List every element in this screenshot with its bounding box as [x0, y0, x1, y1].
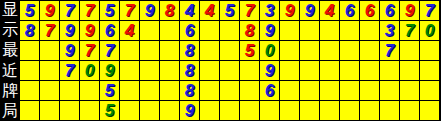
title-char: 示 — [0, 20, 20, 40]
cell-r6c9: 9 — [180, 101, 200, 121]
cell-r6c11 — [220, 101, 240, 121]
cell-r1c14: 9 — [280, 1, 300, 21]
cell-r2c3: 9 — [60, 21, 80, 41]
cell-r3c8 — [160, 41, 180, 61]
cell-r4c8 — [160, 61, 180, 81]
cell-r1c12: 7 — [240, 1, 260, 21]
cell-r1c13: 3 — [260, 1, 280, 21]
cell-r2c20: 7 — [400, 21, 420, 41]
cell-r3c15 — [300, 41, 320, 61]
cell-r6c19 — [380, 101, 400, 121]
cell-r6c10 — [200, 101, 220, 121]
cell-r3c11 — [220, 41, 240, 61]
cell-r2c12: 8 — [240, 21, 260, 41]
title-char: 局 — [0, 101, 20, 121]
cell-r6c4 — [80, 101, 100, 121]
cell-r4c6 — [120, 61, 140, 81]
cell-r4c13: 9 — [260, 61, 280, 81]
cell-r3c5: 7 — [100, 41, 120, 61]
cell-r1c16: 4 — [320, 1, 340, 21]
cell-r2c8 — [160, 21, 180, 41]
cell-r6c15 — [300, 101, 320, 121]
cell-r3c13: 0 — [260, 41, 280, 61]
cell-r4c7 — [140, 61, 160, 81]
cell-r6c6 — [120, 101, 140, 121]
cell-r5c1 — [20, 81, 40, 101]
cell-r1c7: 9 — [140, 1, 160, 21]
cell-r6c18 — [360, 101, 380, 121]
cell-r3c9: 8 — [180, 41, 200, 61]
cell-r4c19 — [380, 61, 400, 81]
cell-r2c7 — [140, 21, 160, 41]
title-char: 显 — [0, 0, 20, 20]
cell-r5c2 — [40, 81, 60, 101]
cell-r5c20 — [400, 81, 420, 101]
number-grid: 5977579844573994666978799646893709778507… — [20, 0, 440, 121]
cell-r2c14 — [280, 21, 300, 41]
cell-r6c14 — [280, 101, 300, 121]
cell-r3c16 — [320, 41, 340, 61]
cell-r2c16 — [320, 21, 340, 41]
cell-r4c1 — [20, 61, 40, 81]
cell-r5c19 — [380, 81, 400, 101]
cell-r2c5: 6 — [100, 21, 120, 41]
cell-r3c4: 7 — [80, 41, 100, 61]
cell-r6c3 — [60, 101, 80, 121]
cell-r1c5: 5 — [100, 1, 120, 21]
cell-r1c21: 7 — [420, 1, 440, 21]
cell-r2c11 — [220, 21, 240, 41]
cell-r6c7 — [140, 101, 160, 121]
title-char: 最 — [0, 40, 20, 60]
cell-r3c20 — [400, 41, 420, 61]
cell-r2c17 — [340, 21, 360, 41]
title-char: 近 — [0, 61, 20, 81]
cell-r2c2: 7 — [40, 21, 60, 41]
cell-r5c11 — [220, 81, 240, 101]
cell-r4c17 — [340, 61, 360, 81]
cell-r6c8 — [160, 101, 180, 121]
cell-r1c6: 7 — [120, 1, 140, 21]
cell-r3c6 — [120, 41, 140, 61]
cell-r1c15: 9 — [300, 1, 320, 21]
cell-r3c21 — [420, 41, 440, 61]
cell-r5c12 — [240, 81, 260, 101]
cell-r4c9: 8 — [180, 61, 200, 81]
cell-r4c11 — [220, 61, 240, 81]
cell-r5c21 — [420, 81, 440, 101]
cell-r4c15 — [300, 61, 320, 81]
cell-r5c18 — [360, 81, 380, 101]
cell-r5c9: 8 — [180, 81, 200, 101]
cell-r6c2 — [40, 101, 60, 121]
cell-r3c18 — [360, 41, 380, 61]
cell-r5c6 — [120, 81, 140, 101]
cell-r3c12: 5 — [240, 41, 260, 61]
cell-r4c20 — [400, 61, 420, 81]
cell-r2c13: 9 — [260, 21, 280, 41]
cell-r4c21 — [420, 61, 440, 81]
cell-r4c3: 7 — [60, 61, 80, 81]
cell-r4c2 — [40, 61, 60, 81]
cell-r3c17 — [340, 41, 360, 61]
cell-r2c19: 3 — [380, 21, 400, 41]
cell-r1c4: 7 — [80, 1, 100, 21]
cell-r3c2 — [40, 41, 60, 61]
cell-r3c3: 9 — [60, 41, 80, 61]
cell-r4c12 — [240, 61, 260, 81]
cell-r5c4 — [80, 81, 100, 101]
cell-r5c5: 5 — [100, 81, 120, 101]
cell-r1c10: 4 — [200, 1, 220, 21]
cell-r3c7 — [140, 41, 160, 61]
title-char: 牌 — [0, 81, 20, 101]
cell-r6c13 — [260, 101, 280, 121]
cell-r1c8: 8 — [160, 1, 180, 21]
cell-r5c15 — [300, 81, 320, 101]
cell-r5c14 — [280, 81, 300, 101]
cell-r1c1: 5 — [20, 1, 40, 21]
cell-r6c5: 5 — [100, 101, 120, 121]
cell-r5c7 — [140, 81, 160, 101]
cell-r4c4: 0 — [80, 61, 100, 81]
cell-r2c1: 8 — [20, 21, 40, 41]
cell-r1c20: 9 — [400, 1, 420, 21]
cell-r6c1 — [20, 101, 40, 121]
cell-r6c21 — [420, 101, 440, 121]
cell-r2c18 — [360, 21, 380, 41]
cell-r1c11: 5 — [220, 1, 240, 21]
cell-r5c10 — [200, 81, 220, 101]
cell-r3c10 — [200, 41, 220, 61]
cell-r5c13: 6 — [260, 81, 280, 101]
cell-r6c16 — [320, 101, 340, 121]
cell-r2c6: 4 — [120, 21, 140, 41]
cell-r2c4: 9 — [80, 21, 100, 41]
cell-r1c17: 6 — [340, 1, 360, 21]
cell-r1c9: 4 — [180, 1, 200, 21]
cell-r1c3: 7 — [60, 1, 80, 21]
cell-r2c9: 6 — [180, 21, 200, 41]
cell-r6c12 — [240, 101, 260, 121]
cell-r5c3 — [60, 81, 80, 101]
cell-r5c17 — [340, 81, 360, 101]
cell-r1c2: 9 — [40, 1, 60, 21]
cell-r5c8 — [160, 81, 180, 101]
recent-rounds-panel: 显 示 最 近 牌 局 5977579844573994666978799646… — [0, 0, 441, 121]
cell-r4c10 — [200, 61, 220, 81]
cell-r4c5: 9 — [100, 61, 120, 81]
cell-r2c15 — [300, 21, 320, 41]
panel-title-vertical: 显 示 最 近 牌 局 — [0, 0, 20, 121]
cell-r3c14 — [280, 41, 300, 61]
cell-r4c14 — [280, 61, 300, 81]
cell-r4c18 — [360, 61, 380, 81]
cell-r1c18: 6 — [360, 1, 380, 21]
cell-r3c1 — [20, 41, 40, 61]
cell-r6c17 — [340, 101, 360, 121]
cell-r2c21: 0 — [420, 21, 440, 41]
cell-r4c16 — [320, 61, 340, 81]
cell-r5c16 — [320, 81, 340, 101]
cell-r6c20 — [400, 101, 420, 121]
cell-r3c19: 7 — [380, 41, 400, 61]
cell-r1c19: 6 — [380, 1, 400, 21]
cell-r2c10 — [200, 21, 220, 41]
